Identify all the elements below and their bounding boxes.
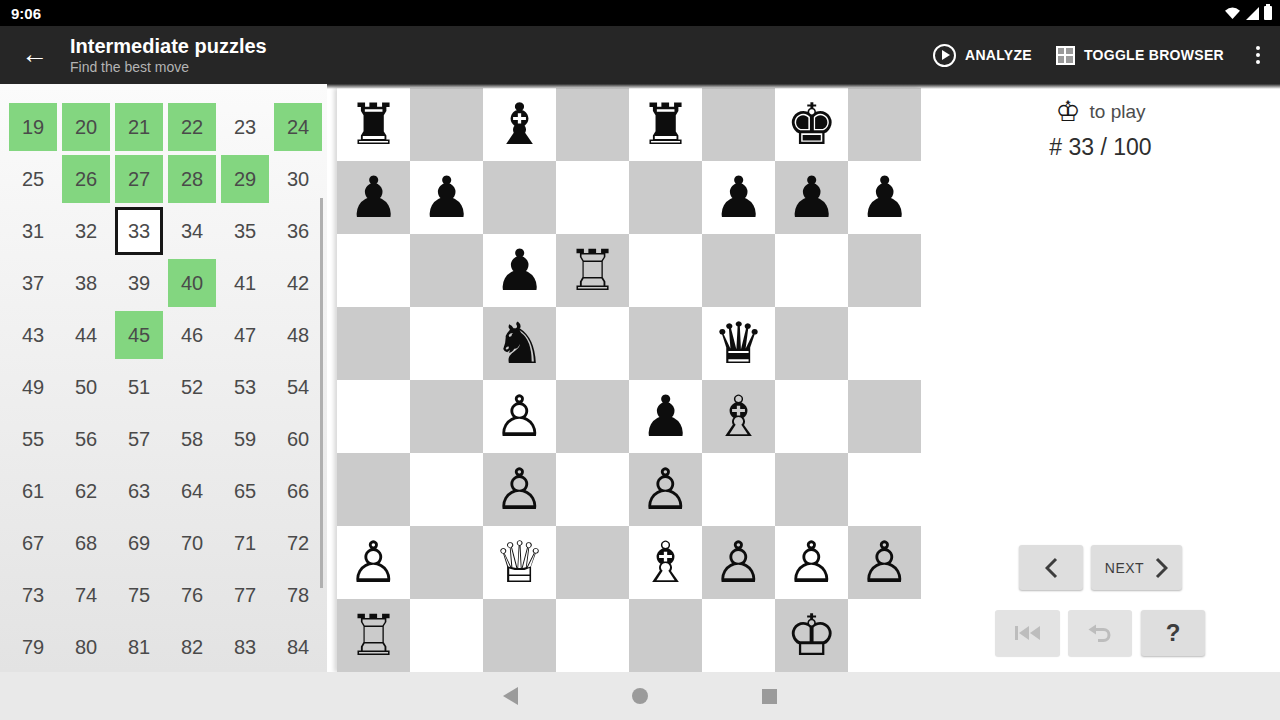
puzzle-cell-28[interactable]: 28 <box>168 155 216 203</box>
square-d2[interactable] <box>556 526 629 599</box>
square-h3[interactable] <box>848 453 921 526</box>
puzzle-panel-scrollbar[interactable] <box>320 198 323 588</box>
puzzle-cell-84[interactable]: 84 <box>274 623 322 671</box>
puzzle-cell-78[interactable]: 78 <box>274 571 322 619</box>
puzzle-cell-37[interactable]: 37 <box>9 259 57 307</box>
wifi-icon <box>1224 6 1241 20</box>
app-bar: ← Intermediate puzzles Find the best mov… <box>0 26 1280 84</box>
hint-label: ? <box>1166 619 1181 647</box>
square-c1[interactable] <box>483 599 556 672</box>
puzzle-cell-66[interactable]: 66 <box>274 467 322 515</box>
puzzle-cell-77[interactable]: 77 <box>221 571 269 619</box>
app-bar-shadow <box>327 84 1280 89</box>
puzzle-cell-76[interactable]: 76 <box>168 571 216 619</box>
puzzle-cell-61[interactable]: 61 <box>9 467 57 515</box>
square-h6[interactable] <box>848 234 921 307</box>
undo-icon <box>1087 624 1113 643</box>
puzzle-cell-58[interactable]: 58 <box>168 415 216 463</box>
puzzle-cell-38[interactable]: 38 <box>62 259 110 307</box>
square-e3-white-pawn[interactable]: ♙ <box>629 453 702 526</box>
puzzle-progress: # 33 / 100 <box>921 134 1280 161</box>
square-f6[interactable] <box>702 234 775 307</box>
square-d1[interactable] <box>556 599 629 672</box>
puzzle-cell-21[interactable]: 21 <box>115 103 163 151</box>
puzzle-cell-54[interactable]: 54 <box>274 363 322 411</box>
toggle-browser-label: TOGGLE BROWSER <box>1084 47 1224 63</box>
square-g8-black-king[interactable]: ♚ <box>775 88 848 161</box>
square-g1-white-king[interactable]: ♔ <box>775 599 848 672</box>
puzzle-cell-48[interactable]: 48 <box>274 311 322 359</box>
square-b6[interactable] <box>410 234 483 307</box>
puzzle-cell-40[interactable]: 40 <box>168 259 216 307</box>
square-e4-black-pawn[interactable]: ♟ <box>629 380 702 453</box>
status-icons <box>1224 6 1272 20</box>
square-f1[interactable] <box>702 599 775 672</box>
puzzle-cell-52[interactable]: 52 <box>168 363 216 411</box>
square-e8-black-rook[interactable]: ♜ <box>629 88 702 161</box>
square-a7-black-pawn[interactable]: ♟ <box>337 161 410 234</box>
square-e5[interactable] <box>629 307 702 380</box>
puzzle-cell-27[interactable]: 27 <box>115 155 163 203</box>
puzzle-cell-75[interactable]: 75 <box>115 571 163 619</box>
square-a1-white-rook[interactable]: ♖ <box>337 599 410 672</box>
puzzle-cell-50[interactable]: 50 <box>62 363 110 411</box>
puzzle-cell-79[interactable]: 79 <box>9 623 57 671</box>
grid-icon <box>1056 46 1075 65</box>
puzzle-cell-29[interactable]: 29 <box>221 155 269 203</box>
puzzle-cell-25[interactable]: 25 <box>9 155 57 203</box>
puzzle-cell-67[interactable]: 67 <box>9 519 57 567</box>
puzzle-cell-68[interactable]: 68 <box>62 519 110 567</box>
puzzle-cell-31[interactable]: 31 <box>9 207 57 255</box>
square-g2-white-pawn[interactable]: ♙ <box>775 526 848 599</box>
undo-move-button[interactable] <box>1068 610 1132 656</box>
to-play-label: to play <box>1090 101 1146 123</box>
puzzle-cell-47[interactable]: 47 <box>221 311 269 359</box>
square-b3[interactable] <box>410 453 483 526</box>
square-c3-white-pawn[interactable]: ♙ <box>483 453 556 526</box>
square-f3[interactable] <box>702 453 775 526</box>
puzzle-cell-83[interactable]: 83 <box>221 623 269 671</box>
white-king-icon: ♔ <box>1055 98 1080 126</box>
square-a5[interactable] <box>337 307 410 380</box>
toggle-browser-button[interactable]: TOGGLE BROWSER <box>1056 46 1224 65</box>
next-label: NEXT <box>1105 560 1144 576</box>
battery-icon <box>1264 6 1272 20</box>
nav-back-icon[interactable] <box>503 687 518 705</box>
square-h2-white-pawn[interactable]: ♙ <box>848 526 921 599</box>
square-d3[interactable] <box>556 453 629 526</box>
square-g5[interactable] <box>775 307 848 380</box>
square-c4-white-pawn[interactable]: ♙ <box>483 380 556 453</box>
nav-home-icon[interactable] <box>632 688 648 704</box>
puzzle-cell-22[interactable]: 22 <box>168 103 216 151</box>
cellular-signal-icon <box>1246 7 1259 20</box>
puzzle-cell-51[interactable]: 51 <box>115 363 163 411</box>
square-e7[interactable] <box>629 161 702 234</box>
square-f8[interactable] <box>702 88 775 161</box>
back-arrow-icon[interactable]: ← <box>21 41 48 68</box>
chess-board: ♜♝♜♚♟♟♟♟♟♟♖♞♛♙♟♗♙♙♙♕♗♙♙♙♖♔ <box>337 88 921 672</box>
puzzle-cell-32[interactable]: 32 <box>62 207 110 255</box>
square-a2-white-pawn[interactable]: ♙ <box>337 526 410 599</box>
puzzle-cell-73[interactable]: 73 <box>9 571 57 619</box>
square-c2-white-queen[interactable]: ♕ <box>483 526 556 599</box>
analyze-label: ANALYZE <box>965 47 1032 63</box>
puzzle-cell-70[interactable]: 70 <box>168 519 216 567</box>
puzzle-cell-57[interactable]: 57 <box>115 415 163 463</box>
square-b4[interactable] <box>410 380 483 453</box>
square-f7-black-pawn[interactable]: ♟ <box>702 161 775 234</box>
square-c7[interactable] <box>483 161 556 234</box>
square-g6[interactable] <box>775 234 848 307</box>
square-h1[interactable] <box>848 599 921 672</box>
puzzle-cell-23[interactable]: 23 <box>221 103 269 151</box>
side-panel: ♔ to play # 33 / 100 NEXT ? <box>921 84 1280 672</box>
square-c8-black-bishop[interactable]: ♝ <box>483 88 556 161</box>
square-h7-black-pawn[interactable]: ♟ <box>848 161 921 234</box>
titles: Intermediate puzzles Find the best move <box>70 35 267 76</box>
square-b2[interactable] <box>410 526 483 599</box>
chevron-left-icon <box>1045 557 1058 579</box>
puzzle-browser-panel: 1920212223242526272829303132333435363738… <box>0 84 327 672</box>
square-h5[interactable] <box>848 307 921 380</box>
square-g4[interactable] <box>775 380 848 453</box>
square-d8[interactable] <box>556 88 629 161</box>
puzzle-cell-56[interactable]: 56 <box>62 415 110 463</box>
puzzle-cell-53[interactable]: 53 <box>221 363 269 411</box>
puzzle-cell-45[interactable]: 45 <box>115 311 163 359</box>
previous-puzzle-button[interactable] <box>1019 545 1083 590</box>
puzzle-cell-30[interactable]: 30 <box>274 155 322 203</box>
square-e1[interactable] <box>629 599 702 672</box>
page-title: Intermediate puzzles <box>70 35 267 58</box>
square-g7-black-pawn[interactable]: ♟ <box>775 161 848 234</box>
puzzle-cell-19[interactable]: 19 <box>9 103 57 151</box>
square-a4[interactable] <box>337 380 410 453</box>
puzzle-cell-39[interactable]: 39 <box>115 259 163 307</box>
overflow-menu-icon[interactable] <box>1248 42 1268 68</box>
puzzle-cell-64[interactable]: 64 <box>168 467 216 515</box>
square-d7[interactable] <box>556 161 629 234</box>
puzzle-cell-49[interactable]: 49 <box>9 363 57 411</box>
puzzle-cell-20[interactable]: 20 <box>62 103 110 151</box>
square-d5[interactable] <box>556 307 629 380</box>
puzzle-number-grid: 1920212223242526272829303132333435363738… <box>0 84 327 671</box>
chevron-right-icon <box>1155 557 1168 579</box>
puzzle-cell-46[interactable]: 46 <box>168 311 216 359</box>
skip-to-start-icon <box>1014 625 1042 641</box>
hint-button[interactable]: ? <box>1141 610 1205 656</box>
square-g3[interactable] <box>775 453 848 526</box>
puzzle-cell-60[interactable]: 60 <box>274 415 322 463</box>
puzzle-cell-41[interactable]: 41 <box>221 259 269 307</box>
square-c6-black-pawn[interactable]: ♟ <box>483 234 556 307</box>
skip-to-start-button[interactable] <box>995 610 1060 656</box>
puzzle-cell-36[interactable]: 36 <box>274 207 322 255</box>
square-f2-white-pawn[interactable]: ♙ <box>702 526 775 599</box>
square-e2-white-bishop[interactable]: ♗ <box>629 526 702 599</box>
puzzle-cell-55[interactable]: 55 <box>9 415 57 463</box>
analyze-button[interactable]: ANALYZE <box>933 44 1032 67</box>
square-b1[interactable] <box>410 599 483 672</box>
square-a8-black-rook[interactable]: ♜ <box>337 88 410 161</box>
puzzle-cell-26[interactable]: 26 <box>62 155 110 203</box>
page-subtitle: Find the best move <box>70 58 267 76</box>
square-f5-black-queen[interactable]: ♛ <box>702 307 775 380</box>
puzzle-cell-33[interactable]: 33 <box>115 207 163 255</box>
status-bar: 9:06 <box>0 0 1280 26</box>
side-to-move-indicator: ♔ to play <box>921 98 1280 126</box>
puzzle-cell-35[interactable]: 35 <box>221 207 269 255</box>
puzzle-cell-63[interactable]: 63 <box>115 467 163 515</box>
puzzle-cell-62[interactable]: 62 <box>62 467 110 515</box>
app-bar-actions: ANALYZE TOGGLE BROWSER <box>933 42 1280 68</box>
puzzle-cell-74[interactable]: 74 <box>62 571 110 619</box>
puzzle-cell-82[interactable]: 82 <box>168 623 216 671</box>
puzzle-cell-69[interactable]: 69 <box>115 519 163 567</box>
square-b5[interactable] <box>410 307 483 380</box>
puzzle-cell-42[interactable]: 42 <box>274 259 322 307</box>
square-d4[interactable] <box>556 380 629 453</box>
puzzle-cell-65[interactable]: 65 <box>221 467 269 515</box>
puzzle-cell-59[interactable]: 59 <box>221 415 269 463</box>
android-nav-bar <box>0 672 1280 720</box>
square-a3[interactable] <box>337 453 410 526</box>
square-b8[interactable] <box>410 88 483 161</box>
square-a6[interactable] <box>337 234 410 307</box>
puzzle-cell-80[interactable]: 80 <box>62 623 110 671</box>
clock: 9:06 <box>8 5 41 22</box>
puzzle-cell-72[interactable]: 72 <box>274 519 322 567</box>
square-b7-black-pawn[interactable]: ♟ <box>410 161 483 234</box>
puzzle-cell-44[interactable]: 44 <box>62 311 110 359</box>
puzzle-cell-71[interactable]: 71 <box>221 519 269 567</box>
square-d6-white-rook[interactable]: ♖ <box>556 234 629 307</box>
nav-recents-icon[interactable] <box>762 689 777 704</box>
square-h4[interactable] <box>848 380 921 453</box>
play-circle-icon <box>933 44 956 67</box>
puzzle-cell-81[interactable]: 81 <box>115 623 163 671</box>
square-c5-black-knight[interactable]: ♞ <box>483 307 556 380</box>
puzzle-cell-43[interactable]: 43 <box>9 311 57 359</box>
puzzle-cell-34[interactable]: 34 <box>168 207 216 255</box>
puzzle-cell-24[interactable]: 24 <box>274 103 322 151</box>
next-puzzle-button[interactable]: NEXT <box>1091 545 1182 590</box>
square-f4-white-bishop[interactable]: ♗ <box>702 380 775 453</box>
square-h8[interactable] <box>848 88 921 161</box>
square-e6[interactable] <box>629 234 702 307</box>
